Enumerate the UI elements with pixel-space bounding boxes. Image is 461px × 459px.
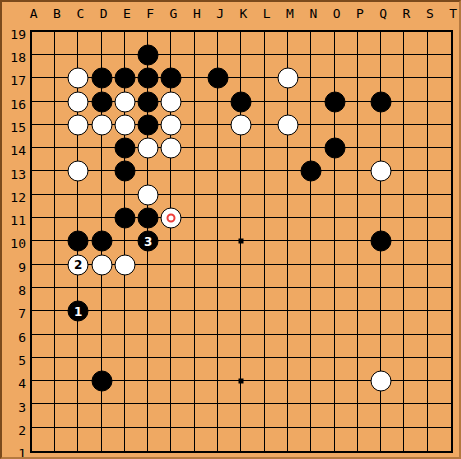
grid-cell (32, 335, 55, 358)
grid-cell (195, 78, 218, 101)
grid-cell (404, 55, 427, 78)
grid-cell (241, 404, 264, 427)
grid-cell (102, 265, 125, 288)
grid-cell (218, 404, 241, 427)
grid-cell (148, 241, 171, 264)
grid-cell (404, 171, 427, 194)
grid-cell (102, 32, 125, 55)
grid-cell (358, 288, 381, 311)
grid-cell (171, 288, 194, 311)
grid-cell (218, 265, 241, 288)
grid-cell (171, 265, 194, 288)
grid-cell (428, 102, 451, 125)
grid-cell (241, 358, 264, 381)
grid-cell (288, 218, 311, 241)
grid-cell (311, 311, 334, 334)
grid-cell (195, 265, 218, 288)
grid-cell (55, 218, 78, 241)
grid-cell (288, 32, 311, 55)
grid-cell (358, 428, 381, 451)
grid-cell (428, 218, 451, 241)
grid-cell (171, 148, 194, 171)
grid-cell (218, 428, 241, 451)
grid-cell (311, 241, 334, 264)
grid-cell (148, 358, 171, 381)
grid-cell (381, 381, 404, 404)
grid-cell (125, 265, 148, 288)
grid-cell (55, 335, 78, 358)
row-label-19: 19 (2, 27, 26, 40)
grid-cell (335, 102, 358, 125)
grid-cell (265, 195, 288, 218)
grid-cell (125, 358, 148, 381)
grid-cell (335, 241, 358, 264)
row-label-2: 2 (2, 423, 26, 436)
grid-cell (148, 171, 171, 194)
grid-cell (288, 311, 311, 334)
grid-cell (218, 195, 241, 218)
grid-cell (288, 265, 311, 288)
grid-cell (428, 195, 451, 218)
grid-cell (335, 265, 358, 288)
grid-cell (311, 195, 334, 218)
grid-cell (358, 311, 381, 334)
grid-cell (265, 218, 288, 241)
row-label-14: 14 (2, 144, 26, 157)
grid-cell (55, 428, 78, 451)
grid-cell (311, 335, 334, 358)
grid-cell (78, 428, 101, 451)
grid-cell (265, 288, 288, 311)
grid-cell (102, 288, 125, 311)
grid-cell (404, 148, 427, 171)
grid-cell (32, 265, 55, 288)
grid-cell (311, 102, 334, 125)
col-label-C: C (76, 7, 84, 20)
grid-cell (125, 288, 148, 311)
grid-cell (241, 195, 264, 218)
grid-cell (171, 358, 194, 381)
grid-cell (265, 428, 288, 451)
grid-cell (265, 404, 288, 427)
go-board-diagram: ABCDEFGHJKLMNOPQRST 19181716151413121110… (0, 0, 461, 459)
grid-cell (265, 241, 288, 264)
grid-cell (78, 311, 101, 334)
grid-cell (358, 218, 381, 241)
grid-cell (102, 381, 125, 404)
col-label-K: K (239, 7, 247, 20)
row-label-11: 11 (2, 214, 26, 227)
grid-cell (102, 428, 125, 451)
grid-cell (78, 381, 101, 404)
grid-cell (171, 55, 194, 78)
grid-cell (102, 241, 125, 264)
grid-cell (148, 102, 171, 125)
grid-cell (55, 55, 78, 78)
grid-cell (404, 428, 427, 451)
grid-cell (358, 265, 381, 288)
grid-cell (381, 241, 404, 264)
grid-cell (311, 381, 334, 404)
col-label-H: H (193, 7, 201, 20)
grid-cell (32, 148, 55, 171)
grid-cell (381, 171, 404, 194)
row-label-10: 10 (2, 237, 26, 250)
grid-cell (335, 218, 358, 241)
grid-cell (55, 102, 78, 125)
grid-cell (288, 102, 311, 125)
grid-cell (195, 102, 218, 125)
grid-cell (125, 404, 148, 427)
board-grid (30, 30, 453, 453)
grid-cell (241, 335, 264, 358)
grid-cell (171, 195, 194, 218)
grid-cell (78, 265, 101, 288)
row-label-9: 9 (2, 260, 26, 273)
col-label-N: N (309, 7, 317, 20)
grid-cell (195, 32, 218, 55)
grid-cell (265, 78, 288, 101)
grid-cell (125, 195, 148, 218)
grid-cell (335, 335, 358, 358)
grid-cell (335, 125, 358, 148)
grid-cell (288, 288, 311, 311)
grid-cell (241, 288, 264, 311)
grid-cell (288, 335, 311, 358)
row-label-16: 16 (2, 97, 26, 110)
grid-cell (32, 381, 55, 404)
row-label-18: 18 (2, 51, 26, 64)
row-label-5: 5 (2, 353, 26, 366)
grid-cell (218, 358, 241, 381)
grid-cell (125, 125, 148, 148)
grid-cell (241, 428, 264, 451)
grid-cell (148, 311, 171, 334)
grid-cell (78, 32, 101, 55)
grid-cell (32, 195, 55, 218)
grid-cell (311, 428, 334, 451)
grid-cell (311, 218, 334, 241)
grid-cell (102, 102, 125, 125)
grid-cell (265, 32, 288, 55)
grid-cell (78, 78, 101, 101)
grid-cell (55, 265, 78, 288)
grid-cell (358, 381, 381, 404)
grid-cell (125, 171, 148, 194)
grid-cell (381, 32, 404, 55)
grid-cell (288, 78, 311, 101)
grid-cell (32, 55, 55, 78)
col-label-D: D (100, 7, 108, 20)
grid-cell (428, 32, 451, 55)
grid-cell (195, 125, 218, 148)
grid-cell (78, 358, 101, 381)
grid-cell (428, 288, 451, 311)
row-label-17: 17 (2, 74, 26, 87)
grid-cell (102, 171, 125, 194)
col-label-M: M (286, 7, 294, 20)
row-label-6: 6 (2, 330, 26, 343)
grid-cell (102, 311, 125, 334)
grid-cell (78, 55, 101, 78)
grid-cell (55, 358, 78, 381)
grid-cell (335, 404, 358, 427)
col-label-E: E (123, 7, 131, 20)
grid-cell (148, 428, 171, 451)
grid-cell (428, 241, 451, 264)
grid-cell (195, 311, 218, 334)
grid-cell (218, 218, 241, 241)
row-label-13: 13 (2, 167, 26, 180)
grid-cell (335, 78, 358, 101)
grid-cell (55, 32, 78, 55)
grid-cell (218, 55, 241, 78)
grid-cell (78, 195, 101, 218)
grid-cell (428, 404, 451, 427)
grid-cell (55, 288, 78, 311)
grid-cell (195, 55, 218, 78)
grid-cell (358, 78, 381, 101)
col-label-G: G (170, 7, 178, 20)
grid-cell (358, 358, 381, 381)
grid-cell (265, 171, 288, 194)
grid-cell (78, 102, 101, 125)
grid-cell (265, 381, 288, 404)
grid-cell (311, 32, 334, 55)
grid-cell (148, 148, 171, 171)
grid-cell (311, 171, 334, 194)
row-label-12: 12 (2, 190, 26, 203)
grid-cell (102, 358, 125, 381)
grid-cell (288, 404, 311, 427)
grid-cell (335, 32, 358, 55)
grid-cell (381, 195, 404, 218)
grid-cell (125, 55, 148, 78)
grid-cell (241, 32, 264, 55)
grid-cell (241, 55, 264, 78)
row-label-15: 15 (2, 120, 26, 133)
grid-cell (195, 148, 218, 171)
grid-cell (404, 218, 427, 241)
grid-cell (125, 311, 148, 334)
grid-cell (148, 404, 171, 427)
grid-cell (288, 195, 311, 218)
grid-cell (55, 311, 78, 334)
grid-cell (125, 381, 148, 404)
grid-cell (195, 404, 218, 427)
grid-cell (78, 148, 101, 171)
grid-cell (125, 241, 148, 264)
grid-cell (241, 265, 264, 288)
grid-cell (335, 171, 358, 194)
grid-cell (428, 78, 451, 101)
grid-cell (195, 335, 218, 358)
col-label-T: T (449, 7, 457, 20)
grid-cell (195, 171, 218, 194)
grid-cell (265, 125, 288, 148)
grid-cell (171, 381, 194, 404)
grid-cell (404, 404, 427, 427)
grid-cell (428, 148, 451, 171)
grid-cell (381, 404, 404, 427)
grid-cell (335, 381, 358, 404)
grid-cell (381, 55, 404, 78)
grid-cell (381, 125, 404, 148)
grid-cell (32, 32, 55, 55)
grid-cell (358, 55, 381, 78)
grid-cell (381, 78, 404, 101)
grid-cell (125, 32, 148, 55)
col-label-J: J (216, 7, 224, 20)
grid-cell (358, 32, 381, 55)
grid-cell (288, 171, 311, 194)
grid-cell (102, 404, 125, 427)
grid-cell (55, 125, 78, 148)
grid-cell (102, 78, 125, 101)
grid-cell (335, 428, 358, 451)
row-label-1: 1 (2, 447, 26, 459)
grid-cell (78, 335, 101, 358)
row-label-8: 8 (2, 284, 26, 297)
grid-cell (428, 335, 451, 358)
grid-cell (288, 55, 311, 78)
grid-cell (148, 335, 171, 358)
grid-cell (218, 288, 241, 311)
grid-cell (148, 288, 171, 311)
grid-cell (311, 148, 334, 171)
grid-cell (358, 195, 381, 218)
grid-cell (358, 125, 381, 148)
grid-cell (428, 265, 451, 288)
grid-cell (148, 32, 171, 55)
grid-cell (265, 55, 288, 78)
grid-cell (55, 404, 78, 427)
col-label-F: F (146, 7, 154, 20)
grid-cell (381, 265, 404, 288)
grid-cell (428, 125, 451, 148)
grid-cell (381, 148, 404, 171)
grid-cell (218, 335, 241, 358)
grid-cell (288, 125, 311, 148)
grid-cell (148, 78, 171, 101)
grid-cell (125, 78, 148, 101)
grid-cell (311, 78, 334, 101)
grid-cell (32, 241, 55, 264)
grid-cell (358, 335, 381, 358)
grid-cell (311, 125, 334, 148)
grid-cell (404, 32, 427, 55)
grid-cell (381, 288, 404, 311)
grid-cell (171, 428, 194, 451)
grid-cell (171, 404, 194, 427)
grid-cell (404, 335, 427, 358)
grid-cell (102, 218, 125, 241)
grid-cell (171, 311, 194, 334)
grid-cell (265, 335, 288, 358)
grid-cell (335, 195, 358, 218)
row-label-7: 7 (2, 307, 26, 320)
grid-cell (428, 311, 451, 334)
grid-cell (311, 358, 334, 381)
grid-cell (404, 125, 427, 148)
grid-cell (32, 125, 55, 148)
grid-cell (288, 241, 311, 264)
grid-cell (335, 288, 358, 311)
grid-cell (32, 358, 55, 381)
grid-cell (288, 428, 311, 451)
grid-cell (218, 241, 241, 264)
grid-cell (218, 171, 241, 194)
grid-cell (32, 78, 55, 101)
grid-cell (125, 335, 148, 358)
col-label-P: P (356, 7, 364, 20)
grid-cell (32, 311, 55, 334)
grid-cell (404, 358, 427, 381)
grid-cell (311, 55, 334, 78)
grid-cell (171, 335, 194, 358)
grid-cell (148, 381, 171, 404)
grid-cell (78, 241, 101, 264)
row-label-3: 3 (2, 400, 26, 413)
grid-cell (265, 265, 288, 288)
grid-cell (148, 55, 171, 78)
grid-cell (55, 381, 78, 404)
grid-cell (404, 288, 427, 311)
grid-cell (171, 125, 194, 148)
grid-cell (78, 218, 101, 241)
grid-cell (265, 358, 288, 381)
grid-cell (335, 358, 358, 381)
col-label-L: L (263, 7, 271, 20)
grid-cell (55, 195, 78, 218)
grid-cell (171, 32, 194, 55)
grid-cell (311, 265, 334, 288)
grid-cell (241, 78, 264, 101)
row-label-4: 4 (2, 377, 26, 390)
grid-cell (78, 171, 101, 194)
grid-cell (125, 428, 148, 451)
grid-cell (55, 171, 78, 194)
grid-cell (381, 428, 404, 451)
grid-cell (241, 125, 264, 148)
grid-cell (32, 171, 55, 194)
grid-cell (404, 102, 427, 125)
grid-cell (125, 102, 148, 125)
col-label-B: B (53, 7, 61, 20)
grid-cell (428, 171, 451, 194)
grid-cell (171, 78, 194, 101)
grid-cell (102, 55, 125, 78)
grid-cell (381, 218, 404, 241)
grid-cell (218, 102, 241, 125)
grid-cell (55, 148, 78, 171)
grid-cell (358, 102, 381, 125)
grid-cell (148, 125, 171, 148)
grid-cell (428, 358, 451, 381)
grid-cell (102, 125, 125, 148)
grid-cell (171, 241, 194, 264)
grid-cell (32, 428, 55, 451)
col-label-A: A (30, 7, 38, 20)
grid-cell (78, 288, 101, 311)
grid-cell (404, 265, 427, 288)
grid-cell (404, 78, 427, 101)
grid-cell (78, 404, 101, 427)
grid-cell (358, 241, 381, 264)
grid-cell (265, 102, 288, 125)
grid-cell (381, 358, 404, 381)
grid-cell (335, 55, 358, 78)
